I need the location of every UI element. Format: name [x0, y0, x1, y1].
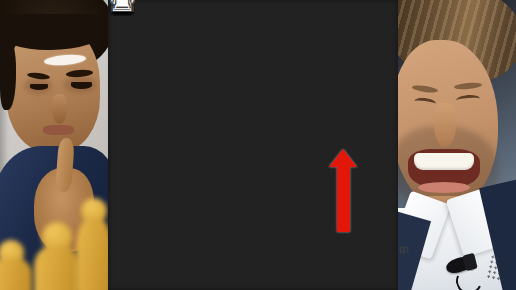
nose: [434, 103, 456, 147]
thumbnail-canvas: WCC ♜♞♝♛♚♝♞♜♟♟♟♟♟♟♟♟♟♟♟♟♟♟♟♟♜♞♝♛♚♝♞♜: [0, 0, 516, 290]
left-eye: [30, 84, 48, 90]
watermark-line-2: g: [398, 243, 406, 256]
foreground-chess-piece: [76, 198, 108, 290]
foreground-chess-pawn: [0, 240, 32, 290]
left-player-photo: WCC: [0, 0, 108, 290]
left-player-sideburn: [0, 40, 16, 110]
nose: [52, 94, 67, 124]
foreground-chess-pawn: [34, 222, 80, 290]
right-player-photo: m g: [398, 0, 516, 290]
teeth: [414, 153, 474, 170]
right-eye: [71, 82, 92, 89]
board-grid: ♜♞♝♛♚♝♞♜♟♟♟♟♟♟♟♟♟♟♟♟♟♟♟♟♜♞♝♛♚♝♞♜: [108, 0, 398, 290]
lower-lip: [418, 182, 470, 193]
lips: [43, 125, 74, 135]
